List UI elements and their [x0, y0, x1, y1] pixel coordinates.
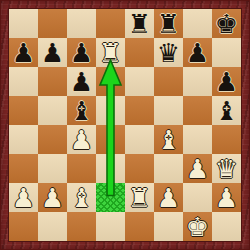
black-bishop[interactable]: ♝ [215, 98, 238, 124]
square-a6[interactable] [9, 67, 38, 96]
white-rook[interactable]: ♜ [128, 185, 151, 211]
square-g8[interactable] [183, 9, 212, 38]
square-b2[interactable]: ♟ [38, 183, 67, 212]
square-c8[interactable] [67, 9, 96, 38]
black-rook[interactable]: ♜ [157, 11, 180, 37]
white-pawn[interactable]: ♟ [70, 127, 93, 153]
square-d7[interactable]: ♜ [96, 38, 125, 67]
square-h1[interactable] [212, 212, 241, 241]
black-pawn[interactable]: ♟ [70, 69, 93, 95]
square-a3[interactable] [9, 154, 38, 183]
square-b6[interactable] [38, 67, 67, 96]
white-bishop[interactable]: ♝ [70, 185, 93, 211]
square-a4[interactable] [9, 125, 38, 154]
white-queen[interactable]: ♛ [215, 156, 238, 182]
square-c1[interactable] [67, 212, 96, 241]
square-e2[interactable]: ♜ [125, 183, 154, 212]
square-g1[interactable]: ♚ [183, 212, 212, 241]
square-g4[interactable] [183, 125, 212, 154]
square-h5[interactable]: ♝ [212, 96, 241, 125]
square-h8[interactable]: ♚ [212, 9, 241, 38]
square-g5[interactable] [183, 96, 212, 125]
square-d5[interactable] [96, 96, 125, 125]
black-king[interactable]: ♚ [215, 11, 238, 37]
white-pawn[interactable]: ♟ [215, 185, 238, 211]
square-d8[interactable] [96, 9, 125, 38]
white-rook[interactable]: ♜ [99, 40, 122, 66]
square-e5[interactable] [125, 96, 154, 125]
square-b5[interactable] [38, 96, 67, 125]
square-a2[interactable]: ♟ [9, 183, 38, 212]
square-e1[interactable] [125, 212, 154, 241]
white-bishop[interactable]: ♝ [157, 127, 180, 153]
black-pawn[interactable]: ♟ [215, 69, 238, 95]
square-b7[interactable]: ♟ [38, 38, 67, 67]
square-b8[interactable] [38, 9, 67, 38]
square-g6[interactable] [183, 67, 212, 96]
square-h3[interactable]: ♛ [212, 154, 241, 183]
black-pawn[interactable]: ♟ [41, 40, 64, 66]
square-g7[interactable]: ♟ [183, 38, 212, 67]
square-b3[interactable] [38, 154, 67, 183]
square-a5[interactable] [9, 96, 38, 125]
square-f7[interactable]: ♛ [154, 38, 183, 67]
white-king[interactable]: ♚ [186, 214, 209, 240]
square-f3[interactable] [154, 154, 183, 183]
black-pawn[interactable]: ♟ [70, 40, 93, 66]
white-pawn[interactable]: ♟ [12, 185, 35, 211]
chess-board: ♜♜♚♟♟♟♜♛♟♟♟♝♝♟♝♟♛♟♟♝♜♟♟♚ [9, 9, 241, 241]
square-h6[interactable]: ♟ [212, 67, 241, 96]
square-f6[interactable] [154, 67, 183, 96]
square-d3[interactable] [96, 154, 125, 183]
square-f4[interactable]: ♝ [154, 125, 183, 154]
black-bishop[interactable]: ♝ [70, 98, 93, 124]
square-c5[interactable]: ♝ [67, 96, 96, 125]
square-f5[interactable] [154, 96, 183, 125]
square-f8[interactable]: ♜ [154, 9, 183, 38]
square-h2[interactable]: ♟ [212, 183, 241, 212]
white-pawn[interactable]: ♟ [186, 156, 209, 182]
square-c4[interactable]: ♟ [67, 125, 96, 154]
square-f1[interactable] [154, 212, 183, 241]
square-d6[interactable] [96, 67, 125, 96]
square-c2[interactable]: ♝ [67, 183, 96, 212]
highlight-square-d2[interactable] [96, 183, 125, 212]
square-d4[interactable] [96, 125, 125, 154]
square-e8[interactable]: ♜ [125, 9, 154, 38]
square-h4[interactable] [212, 125, 241, 154]
square-e7[interactable] [125, 38, 154, 67]
board-frame: ♜♜♚♟♟♟♜♛♟♟♟♝♝♟♝♟♛♟♟♝♜♟♟♚ [0, 0, 250, 250]
square-c6[interactable]: ♟ [67, 67, 96, 96]
square-a1[interactable] [9, 212, 38, 241]
square-g2[interactable] [183, 183, 212, 212]
white-pawn[interactable]: ♟ [41, 185, 64, 211]
square-c3[interactable] [67, 154, 96, 183]
square-b1[interactable] [38, 212, 67, 241]
black-pawn[interactable]: ♟ [12, 40, 35, 66]
black-pawn[interactable]: ♟ [186, 40, 209, 66]
square-d1[interactable] [96, 212, 125, 241]
white-pawn[interactable]: ♟ [157, 185, 180, 211]
square-e6[interactable] [125, 67, 154, 96]
square-a8[interactable] [9, 9, 38, 38]
square-e4[interactable] [125, 125, 154, 154]
square-e3[interactable] [125, 154, 154, 183]
square-g3[interactable]: ♟ [183, 154, 212, 183]
square-h7[interactable] [212, 38, 241, 67]
black-rook[interactable]: ♜ [128, 11, 151, 37]
black-queen[interactable]: ♛ [157, 40, 180, 66]
square-c7[interactable]: ♟ [67, 38, 96, 67]
square-a7[interactable]: ♟ [9, 38, 38, 67]
square-f2[interactable]: ♟ [154, 183, 183, 212]
square-b4[interactable] [38, 125, 67, 154]
